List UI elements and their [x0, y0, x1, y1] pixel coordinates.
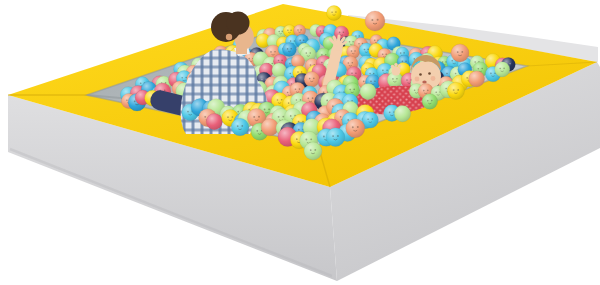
ball-cyan	[231, 118, 248, 135]
ball-pink-red	[206, 114, 222, 130]
toddler-eye	[428, 72, 431, 75]
toddler-finger	[398, 64, 402, 68]
ball-light-green	[495, 62, 510, 77]
toddler-mouth	[422, 80, 426, 83]
ball-salmon	[346, 119, 365, 138]
ball-salmon	[469, 71, 485, 87]
ball-salmon	[451, 44, 469, 62]
ball-salmon	[365, 11, 385, 31]
boy-ear	[226, 34, 232, 40]
ball-pit-scene	[0, 0, 600, 285]
toddler-cheek	[431, 76, 436, 81]
ball-yellow	[327, 6, 342, 21]
ball-cyan	[326, 128, 345, 147]
ball-salmon	[304, 72, 319, 87]
toddler-cheek	[415, 77, 420, 82]
ball-light-green	[360, 84, 376, 100]
toddler-finger	[394, 63, 398, 67]
ball-light-green	[394, 106, 410, 122]
ball-green	[422, 94, 438, 110]
ball-pit-photo	[0, 0, 600, 285]
ball-yellow	[447, 82, 464, 99]
boy-hair	[227, 12, 250, 35]
ball-light-green	[304, 142, 322, 160]
ball-blue	[282, 43, 296, 57]
toddler-eye	[419, 73, 422, 76]
toddler-finger	[391, 65, 395, 69]
